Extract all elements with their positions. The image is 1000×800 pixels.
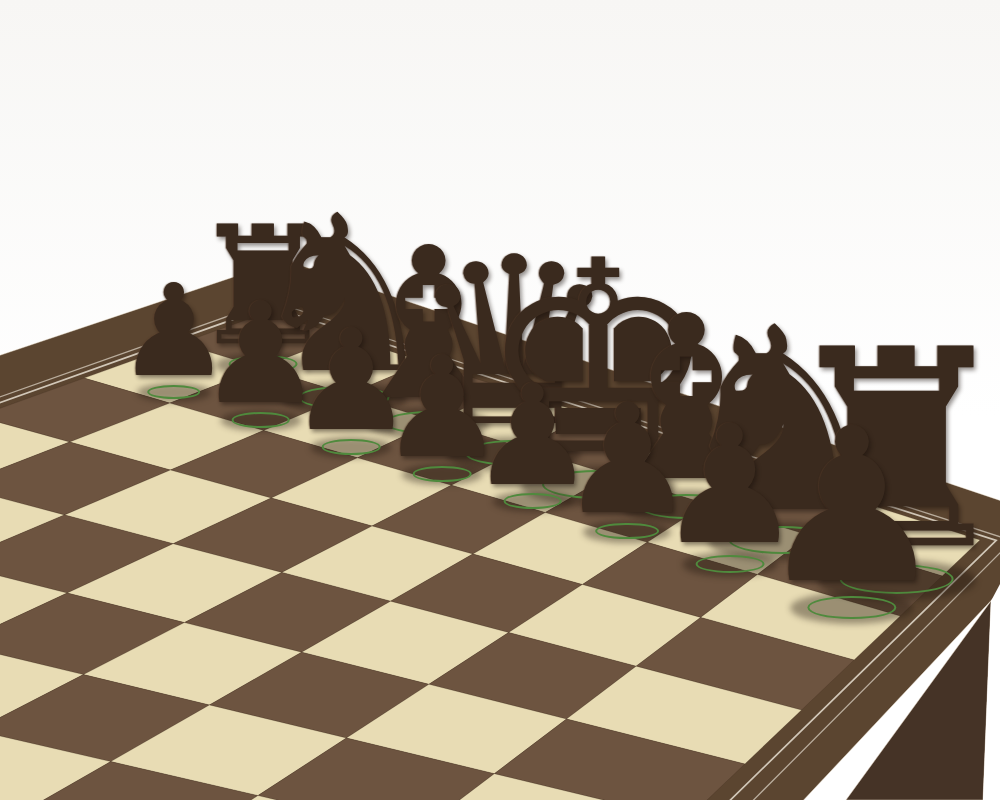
piece-white-pawn[interactable]: ♟ (746, 401, 959, 614)
chess-set-photo: ♜♞♝♛♚♝♞♜♟♟♟♟♟♟♟♟ (0, 0, 1000, 800)
pieces-layer: ♜♞♝♛♚♝♞♜♟♟♟♟♟♟♟♟ (0, 0, 1000, 800)
piece-glyph: ♟ (757, 401, 948, 614)
